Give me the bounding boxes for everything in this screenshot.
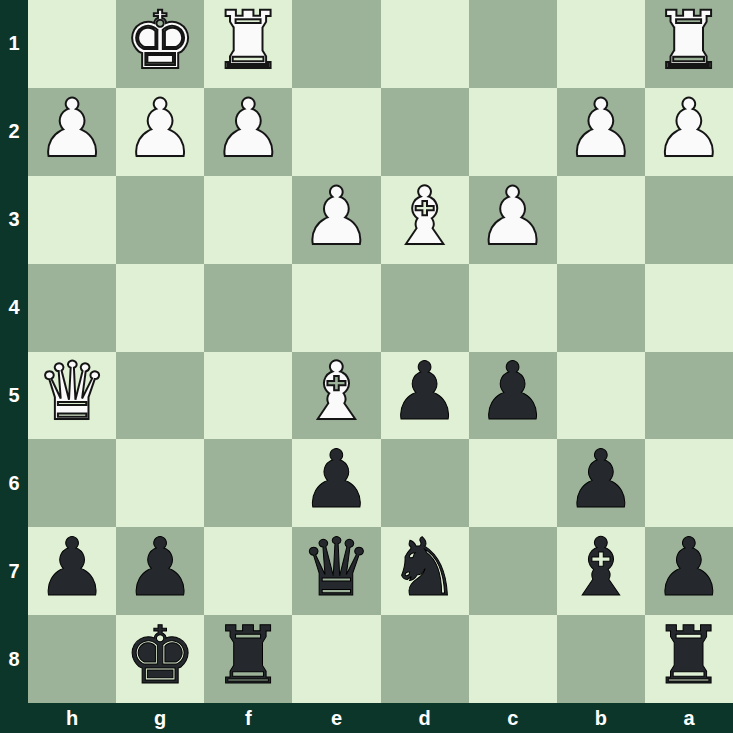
file-label-g: g (116, 703, 204, 733)
piece-white-pawn[interactable]: ♟ (36, 89, 108, 169)
square-b4[interactable] (557, 264, 645, 352)
piece-black-pawn[interactable]: ♟ (477, 352, 549, 432)
piece-black-pawn[interactable]: ♟ (565, 440, 637, 520)
square-g4[interactable] (116, 264, 204, 352)
piece-black-pawn[interactable]: ♟ (653, 528, 725, 608)
piece-black-king[interactable]: ♚ (124, 616, 196, 696)
rank-label-3: 3 (0, 176, 28, 264)
piece-white-pawn[interactable]: ♟ (124, 89, 196, 169)
square-b5[interactable] (557, 352, 645, 440)
square-h1[interactable] (28, 0, 116, 88)
square-c1[interactable] (469, 0, 557, 88)
square-a6[interactable] (645, 439, 733, 527)
square-e2[interactable] (292, 88, 380, 176)
file-label-d: d (381, 703, 469, 733)
piece-white-bishop[interactable]: ♝ (301, 352, 373, 432)
square-f6[interactable] (204, 439, 292, 527)
square-d6[interactable] (381, 439, 469, 527)
square-e5[interactable]: ♝ (292, 352, 380, 440)
square-c4[interactable] (469, 264, 557, 352)
square-c2[interactable] (469, 88, 557, 176)
piece-white-bishop[interactable]: ♝ (389, 177, 461, 257)
piece-black-bishop[interactable]: ♝ (565, 528, 637, 608)
rank-label-5: 5 (0, 352, 28, 440)
piece-black-pawn[interactable]: ♟ (36, 528, 108, 608)
square-f3[interactable] (204, 176, 292, 264)
file-label-h: h (28, 703, 116, 733)
piece-white-rook[interactable]: ♜ (653, 1, 725, 81)
piece-white-king[interactable]: ♚ (124, 1, 196, 81)
square-g3[interactable] (116, 176, 204, 264)
rank-label-6: 6 (0, 439, 28, 527)
square-f4[interactable] (204, 264, 292, 352)
piece-white-pawn[interactable]: ♟ (301, 177, 373, 257)
square-h2[interactable]: ♟ (28, 88, 116, 176)
square-d4[interactable] (381, 264, 469, 352)
square-g6[interactable] (116, 439, 204, 527)
rank-label-2: 2 (0, 88, 28, 176)
piece-black-rook[interactable]: ♜ (653, 616, 725, 696)
piece-black-pawn[interactable]: ♟ (301, 440, 373, 520)
square-d8[interactable] (381, 615, 469, 703)
piece-black-queen[interactable]: ♛ (301, 528, 373, 608)
piece-white-rook[interactable]: ♜ (212, 1, 284, 81)
square-d2[interactable] (381, 88, 469, 176)
square-b8[interactable] (557, 615, 645, 703)
square-c3[interactable]: ♟ (469, 176, 557, 264)
square-h6[interactable] (28, 439, 116, 527)
square-h8[interactable] (28, 615, 116, 703)
square-e8[interactable] (292, 615, 380, 703)
square-b1[interactable] (557, 0, 645, 88)
square-a1[interactable]: ♜ (645, 0, 733, 88)
square-a7[interactable]: ♟ (645, 527, 733, 615)
square-f5[interactable] (204, 352, 292, 440)
rank-label-7: 7 (0, 527, 28, 615)
square-h7[interactable]: ♟ (28, 527, 116, 615)
square-a8[interactable]: ♜ (645, 615, 733, 703)
square-b3[interactable] (557, 176, 645, 264)
square-c7[interactable] (469, 527, 557, 615)
square-d7[interactable]: ♞ (381, 527, 469, 615)
square-f8[interactable]: ♜ (204, 615, 292, 703)
square-g8[interactable]: ♚ (116, 615, 204, 703)
square-d1[interactable] (381, 0, 469, 88)
square-c6[interactable] (469, 439, 557, 527)
square-a5[interactable] (645, 352, 733, 440)
rank-label-8: 8 (0, 615, 28, 703)
square-h4[interactable] (28, 264, 116, 352)
square-e1[interactable] (292, 0, 380, 88)
square-g5[interactable] (116, 352, 204, 440)
piece-white-pawn[interactable]: ♟ (477, 177, 549, 257)
square-h3[interactable] (28, 176, 116, 264)
piece-black-pawn[interactable]: ♟ (124, 528, 196, 608)
square-e4[interactable] (292, 264, 380, 352)
chess-board: 1♚♜♜2♟♟♟♟♟3♟♝♟45♛♝♟♟6♟♟7♟♟♛♞♝♟8♚♜♜hgfedc… (0, 0, 733, 733)
square-f7[interactable] (204, 527, 292, 615)
corner-spacer (0, 703, 28, 733)
square-e6[interactable]: ♟ (292, 439, 380, 527)
rank-label-4: 4 (0, 264, 28, 352)
piece-white-pawn[interactable]: ♟ (212, 89, 284, 169)
square-h5[interactable]: ♛ (28, 352, 116, 440)
piece-white-pawn[interactable]: ♟ (653, 89, 725, 169)
square-d5[interactable]: ♟ (381, 352, 469, 440)
square-e7[interactable]: ♛ (292, 527, 380, 615)
file-label-f: f (204, 703, 292, 733)
square-a4[interactable] (645, 264, 733, 352)
file-label-a: a (645, 703, 733, 733)
file-label-c: c (469, 703, 557, 733)
piece-black-rook[interactable]: ♜ (212, 616, 284, 696)
square-c5[interactable]: ♟ (469, 352, 557, 440)
file-label-b: b (557, 703, 645, 733)
square-b7[interactable]: ♝ (557, 527, 645, 615)
piece-white-queen[interactable]: ♛ (36, 352, 108, 432)
square-b6[interactable]: ♟ (557, 439, 645, 527)
square-g7[interactable]: ♟ (116, 527, 204, 615)
square-g2[interactable]: ♟ (116, 88, 204, 176)
piece-black-knight[interactable]: ♞ (389, 528, 461, 608)
square-d3[interactable]: ♝ (381, 176, 469, 264)
file-label-e: e (292, 703, 380, 733)
square-e3[interactable]: ♟ (292, 176, 380, 264)
piece-black-pawn[interactable]: ♟ (389, 352, 461, 432)
square-a2[interactable]: ♟ (645, 88, 733, 176)
square-a3[interactable] (645, 176, 733, 264)
piece-white-pawn[interactable]: ♟ (565, 89, 637, 169)
rank-label-1: 1 (0, 0, 28, 88)
square-g1[interactable]: ♚ (116, 0, 204, 88)
square-b2[interactable]: ♟ (557, 88, 645, 176)
square-f1[interactable]: ♜ (204, 0, 292, 88)
square-c8[interactable] (469, 615, 557, 703)
square-f2[interactable]: ♟ (204, 88, 292, 176)
